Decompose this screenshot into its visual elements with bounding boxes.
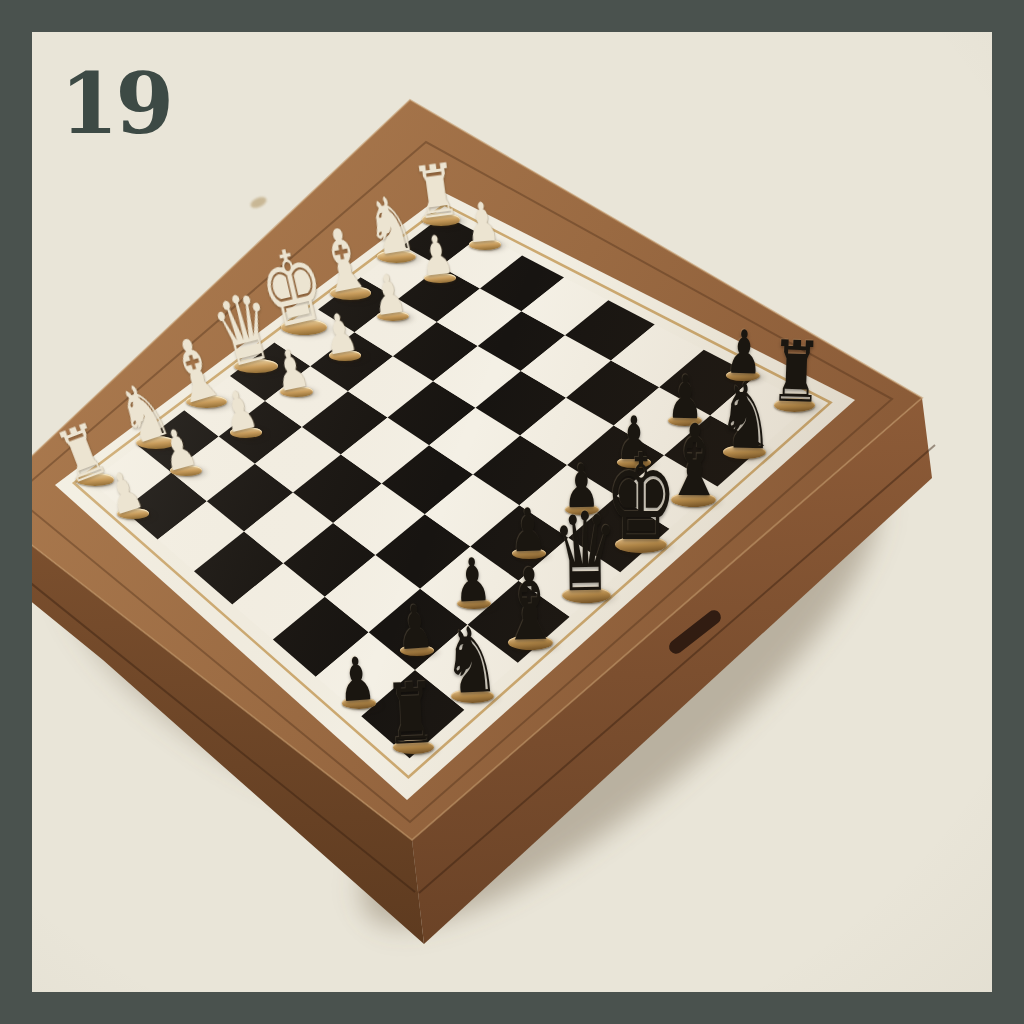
chess-board-photo	[32, 32, 992, 992]
page: 19 ♜♟♞♟♝♟♚♟♛♟♟♝♜♟♟♞♞♟♟♜♝♟♟♚♟♛♟♝♟♞♟♜	[0, 0, 1024, 1024]
chess-photo: 19 ♜♟♞♟♝♟♚♟♛♟♟♝♜♟♟♞♞♟♟♜♝♟♟♚♟♛♟♝♟♞♟♜	[32, 32, 992, 992]
page-number: 19	[60, 62, 171, 146]
